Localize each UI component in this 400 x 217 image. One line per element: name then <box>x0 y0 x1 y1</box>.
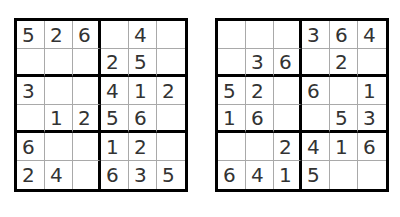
cell-r2c3-given: 6 <box>274 49 302 77</box>
cell-r2c5-given: 5 <box>129 49 157 77</box>
cell-r6c3-empty[interactable] <box>73 161 101 189</box>
cell-r3c5-empty[interactable] <box>330 77 358 105</box>
cell-r5c3-given: 2 <box>274 133 302 161</box>
cell-r4c5-given: 5 <box>330 105 358 133</box>
cell-r3c6-given: 2 <box>157 77 185 105</box>
cell-r3c4-given: 4 <box>101 77 129 105</box>
cell-r4c5-given: 6 <box>129 105 157 133</box>
cell-r3c4-given: 6 <box>302 77 330 105</box>
cell-r2c6-empty[interactable] <box>358 49 386 77</box>
cell-r1c5-given: 4 <box>129 21 157 49</box>
cell-r6c5-given: 3 <box>129 161 157 189</box>
cell-r4c4-given: 5 <box>101 105 129 133</box>
cell-r6c4-given: 6 <box>101 161 129 189</box>
cell-r3c3-empty[interactable] <box>73 77 101 105</box>
cell-r4c1-given: 1 <box>218 105 246 133</box>
sudoku-grid-left: 5264253412125661224635 <box>14 18 188 192</box>
cell-r5c1-empty[interactable] <box>218 133 246 161</box>
cell-r2c4-empty[interactable] <box>302 49 330 77</box>
cell-r4c2-given: 6 <box>246 105 274 133</box>
cell-r1c1-given: 5 <box>17 21 45 49</box>
cell-r4c2-given: 1 <box>45 105 73 133</box>
cell-r1c3-empty[interactable] <box>274 21 302 49</box>
cell-r1c3-given: 6 <box>73 21 101 49</box>
cell-r2c6-empty[interactable] <box>157 49 185 77</box>
cell-r4c6-empty[interactable] <box>157 105 185 133</box>
cell-r1c2-given: 2 <box>45 21 73 49</box>
cell-r4c4-empty[interactable] <box>302 105 330 133</box>
cell-r5c3-empty[interactable] <box>73 133 101 161</box>
cell-r2c3-empty[interactable] <box>73 49 101 77</box>
cell-r1c6-given: 4 <box>358 21 386 49</box>
cell-r5c6-given: 6 <box>358 133 386 161</box>
cell-r3c5-given: 1 <box>129 77 157 105</box>
cell-r5c1-given: 6 <box>17 133 45 161</box>
cell-r1c4-empty[interactable] <box>101 21 129 49</box>
cell-r3c1-given: 5 <box>218 77 246 105</box>
cell-r6c2-given: 4 <box>45 161 73 189</box>
cell-r5c2-empty[interactable] <box>45 133 73 161</box>
cell-r4c3-given: 2 <box>73 105 101 133</box>
cell-r4c3-empty[interactable] <box>274 105 302 133</box>
cell-r1c1-empty[interactable] <box>218 21 246 49</box>
cell-r6c6-given: 5 <box>157 161 185 189</box>
cell-r6c5-empty[interactable] <box>330 161 358 189</box>
cell-r6c2-given: 4 <box>246 161 274 189</box>
cell-r3c1-given: 3 <box>17 77 45 105</box>
cell-r5c6-empty[interactable] <box>157 133 185 161</box>
cell-r6c1-given: 6 <box>218 161 246 189</box>
cell-r2c2-empty[interactable] <box>45 49 73 77</box>
cell-r5c4-given: 1 <box>101 133 129 161</box>
cell-r5c5-given: 2 <box>129 133 157 161</box>
sudoku-worksheet: 5264253412125661224635 36436252611653241… <box>0 0 400 192</box>
cell-r1c4-given: 3 <box>302 21 330 49</box>
cell-r6c4-given: 5 <box>302 161 330 189</box>
cell-r3c2-empty[interactable] <box>45 77 73 105</box>
cell-r2c5-given: 2 <box>330 49 358 77</box>
cell-r1c2-empty[interactable] <box>246 21 274 49</box>
cell-r2c2-given: 3 <box>246 49 274 77</box>
cell-r3c6-given: 1 <box>358 77 386 105</box>
cell-r6c6-empty[interactable] <box>358 161 386 189</box>
cell-r2c1-empty[interactable] <box>218 49 246 77</box>
cell-r2c4-given: 2 <box>101 49 129 77</box>
cell-r3c3-empty[interactable] <box>274 77 302 105</box>
cell-r1c6-empty[interactable] <box>157 21 185 49</box>
cell-r3c2-given: 2 <box>246 77 274 105</box>
sudoku-grid-right: 3643625261165324166415 <box>215 18 389 192</box>
cell-r1c5-given: 6 <box>330 21 358 49</box>
cell-r5c5-given: 1 <box>330 133 358 161</box>
cell-r2c1-empty[interactable] <box>17 49 45 77</box>
cell-r5c2-empty[interactable] <box>246 133 274 161</box>
cell-r6c1-given: 2 <box>17 161 45 189</box>
cell-r5c4-given: 4 <box>302 133 330 161</box>
cell-r4c1-empty[interactable] <box>17 105 45 133</box>
cell-r6c3-given: 1 <box>274 161 302 189</box>
cell-r4c6-given: 3 <box>358 105 386 133</box>
